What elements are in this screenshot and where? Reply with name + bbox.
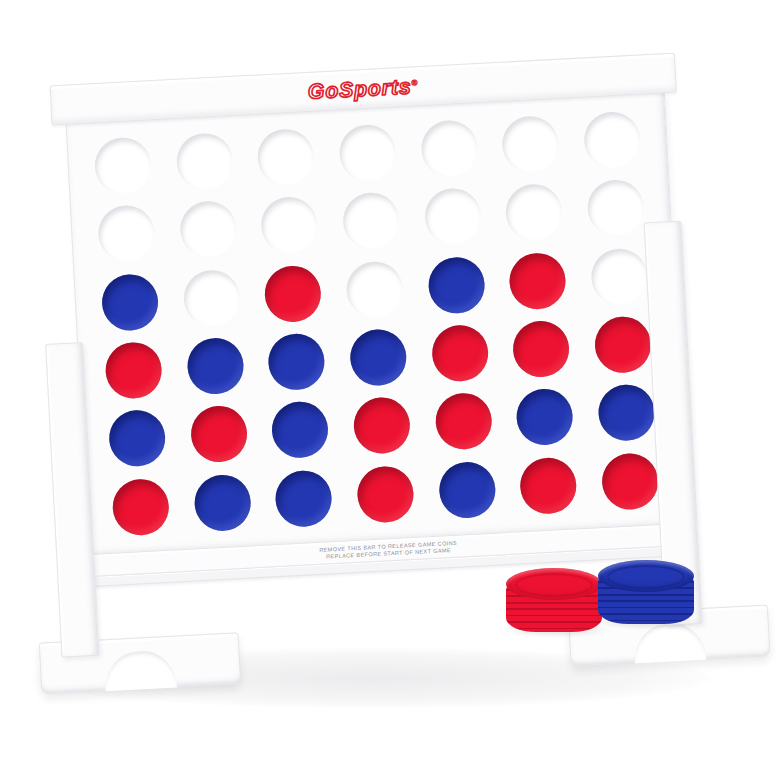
board-cell-r6-c4 bbox=[343, 458, 428, 531]
empty-hole bbox=[420, 119, 479, 178]
red-disc bbox=[104, 341, 163, 400]
red-disc bbox=[601, 452, 660, 511]
board-cell-r1-c4 bbox=[325, 117, 410, 190]
board-cell-r1-c1 bbox=[80, 130, 165, 203]
empty-hole bbox=[505, 183, 564, 242]
red-disc bbox=[512, 320, 571, 379]
board-cell-r4-c3 bbox=[254, 326, 339, 399]
blue-disc bbox=[193, 473, 252, 532]
board-cell-r4-c4 bbox=[336, 321, 421, 394]
board-cell-r3-c3 bbox=[251, 258, 336, 331]
empty-hole bbox=[93, 136, 152, 195]
board-cell-r6-c2 bbox=[180, 466, 265, 539]
red-disc bbox=[594, 315, 653, 374]
board-cell-r6-c3 bbox=[261, 462, 346, 535]
board-cell-r3-c6 bbox=[495, 245, 580, 318]
blue-disc bbox=[274, 469, 333, 528]
empty-hole bbox=[345, 260, 404, 319]
red-disc bbox=[111, 478, 170, 537]
blue-disc bbox=[271, 401, 330, 460]
board-cell-r5-c3 bbox=[258, 394, 343, 467]
blue-disc bbox=[597, 384, 656, 443]
board-cell-r2-c4 bbox=[329, 185, 414, 258]
gosports-logo: GoSports® bbox=[307, 74, 419, 104]
red-disc bbox=[519, 456, 578, 515]
logo-text: GoSports bbox=[307, 74, 412, 102]
board-cell-r4-c5 bbox=[417, 317, 502, 390]
board-cell-r5-c2 bbox=[176, 398, 261, 471]
blue-disc bbox=[349, 328, 408, 387]
connect-four-unit: GoSports® REMOVE THIS BAR TO RELEASE GAM… bbox=[0, 0, 780, 768]
board-cell-r5-c5 bbox=[421, 385, 506, 458]
red-disc-rim bbox=[515, 573, 593, 597]
board-cell-r1-c5 bbox=[407, 112, 492, 185]
empty-hole bbox=[260, 196, 319, 255]
red-disc bbox=[508, 252, 567, 311]
board-grid bbox=[80, 104, 673, 543]
board-cell-r6-c5 bbox=[424, 454, 509, 527]
red-disc-stack bbox=[506, 568, 602, 634]
board-cell-r4-c1 bbox=[91, 334, 176, 407]
red-disc bbox=[356, 465, 415, 524]
board-cell-r3-c1 bbox=[87, 266, 172, 339]
blue-disc bbox=[516, 388, 575, 447]
board-cell-r3-c2 bbox=[169, 262, 254, 335]
empty-hole bbox=[175, 132, 234, 191]
board-cell-r3-c4 bbox=[332, 253, 417, 326]
board-cell-r3-c5 bbox=[414, 249, 499, 322]
board-cell-r2-c1 bbox=[84, 198, 169, 271]
empty-hole bbox=[587, 179, 646, 238]
blue-disc bbox=[100, 273, 159, 332]
empty-hole bbox=[342, 192, 401, 251]
empty-hole bbox=[179, 200, 238, 259]
blue-disc bbox=[186, 337, 245, 396]
board-cell-r1-c3 bbox=[243, 121, 328, 194]
board-cell-r6-c6 bbox=[506, 449, 591, 522]
board-cell-r5-c6 bbox=[502, 381, 587, 454]
board-cell-r6-c1 bbox=[98, 471, 183, 544]
empty-hole bbox=[583, 111, 642, 170]
board-cell-r1-c7 bbox=[570, 104, 655, 177]
empty-hole bbox=[590, 247, 649, 306]
board-cell-r2-c2 bbox=[165, 194, 250, 267]
empty-hole bbox=[182, 269, 241, 328]
board-cell-r4-c6 bbox=[499, 313, 584, 386]
empty-hole bbox=[338, 124, 397, 183]
board-cell-r1-c2 bbox=[162, 125, 247, 198]
red-disc bbox=[189, 405, 248, 464]
board-cell-r2-c5 bbox=[410, 181, 495, 254]
product-photo-giant-connect-four: GoSports® REMOVE THIS BAR TO RELEASE GAM… bbox=[0, 0, 780, 768]
board-cell-r5-c4 bbox=[339, 390, 424, 463]
blue-disc-stack bbox=[598, 560, 694, 626]
board-cell-r2-c3 bbox=[247, 189, 332, 262]
red-disc bbox=[352, 397, 411, 456]
board-cell-r4-c2 bbox=[172, 330, 257, 403]
blue-disc bbox=[108, 409, 167, 468]
blue-disc bbox=[427, 256, 486, 315]
registered-trademark: ® bbox=[411, 78, 418, 87]
blue-disc bbox=[438, 461, 497, 520]
board-cell-r2-c6 bbox=[492, 176, 577, 249]
red-disc bbox=[430, 324, 489, 383]
board-cell-r1-c6 bbox=[488, 108, 573, 181]
empty-hole bbox=[97, 205, 156, 264]
empty-hole bbox=[423, 188, 482, 247]
empty-hole bbox=[501, 115, 560, 174]
blue-disc bbox=[267, 333, 326, 392]
empty-hole bbox=[257, 128, 316, 187]
red-disc bbox=[434, 392, 493, 451]
red-disc bbox=[264, 264, 323, 323]
left-foot-arch-cutout bbox=[103, 650, 177, 692]
board-panel bbox=[66, 91, 688, 556]
blue-disc-rim bbox=[607, 565, 685, 589]
board-cell-r5-c1 bbox=[94, 403, 179, 476]
